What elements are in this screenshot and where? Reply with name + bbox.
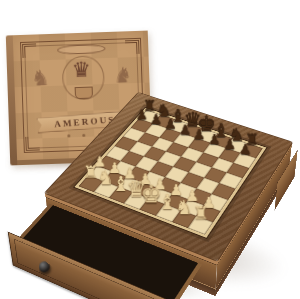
chess-box-scene: ♜♞♝♛♚♝♞♜♟♟♟♟♟♟♟♟♟♟♟♟♟♟♟♟♜♞♝♛♚♝♞♜ bbox=[0, 0, 300, 299]
square-h1: ♜ bbox=[188, 216, 213, 234]
drawer-knob bbox=[39, 262, 50, 273]
square-g6 bbox=[211, 157, 234, 172]
product-photo: ♞ ♛ ♞ AMEROUS ♜♞♝♛♚♝♞♜♟♟♟♟♟♟♟♟♟♟♟♟♟♟♟♟ bbox=[0, 0, 300, 299]
piece-white-rook: ♜ bbox=[188, 216, 213, 234]
square-h6 bbox=[227, 163, 250, 179]
white-rook-glyph-icon: ♜ bbox=[186, 199, 215, 228]
black-pawn-glyph-icon: ♟ bbox=[232, 136, 258, 162]
